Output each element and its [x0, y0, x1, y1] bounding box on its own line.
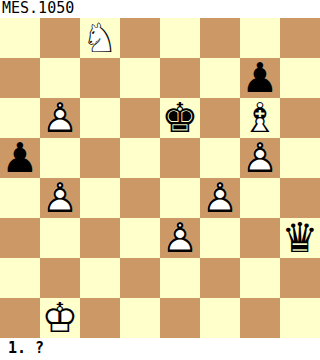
square-a6[interactable]: [0, 98, 40, 138]
square-e1[interactable]: [160, 298, 200, 338]
square-e2[interactable]: [160, 258, 200, 298]
piece-white-p-b4[interactable]: ♟︎♙: [40, 178, 80, 218]
piece-white-p-g5[interactable]: ♟︎♙: [240, 138, 280, 178]
problem-title: MES.1050: [2, 0, 74, 18]
piece-white-b-g6[interactable]: ♝♗: [240, 98, 280, 138]
white-piece-outline: ♙: [200, 178, 240, 218]
square-h5[interactable]: [280, 138, 320, 178]
square-a4[interactable]: [0, 178, 40, 218]
square-e5[interactable]: [160, 138, 200, 178]
square-c6[interactable]: [80, 98, 120, 138]
square-e6[interactable]: ♚: [160, 98, 200, 138]
square-b6[interactable]: ♟︎♙: [40, 98, 80, 138]
square-c2[interactable]: [80, 258, 120, 298]
square-b7[interactable]: [40, 58, 80, 98]
chess-board: ♞♘♟︎♟︎♙♚♝♗♟︎♟︎♙♟︎♙♟︎♙♟︎♙♛♚♔: [0, 18, 320, 338]
piece-white-k-b1[interactable]: ♚♔: [40, 298, 80, 338]
piece-white-p-e3[interactable]: ♟︎♙: [160, 218, 200, 258]
white-piece-outline: ♗: [240, 98, 280, 138]
square-c8[interactable]: ♞♘: [80, 18, 120, 58]
square-b2[interactable]: [40, 258, 80, 298]
piece-black-p-a5[interactable]: ♟︎: [0, 138, 40, 178]
square-a8[interactable]: [0, 18, 40, 58]
white-piece-outline: ♔: [40, 298, 80, 338]
square-d3[interactable]: [120, 218, 160, 258]
square-e4[interactable]: [160, 178, 200, 218]
piece-black-k-e6[interactable]: ♚: [160, 98, 200, 138]
white-piece-outline: ♘: [80, 18, 120, 58]
square-h2[interactable]: [280, 258, 320, 298]
square-a2[interactable]: [0, 258, 40, 298]
square-a5[interactable]: ♟︎: [0, 138, 40, 178]
square-h6[interactable]: [280, 98, 320, 138]
white-piece-outline: ♙: [40, 98, 80, 138]
square-d4[interactable]: [120, 178, 160, 218]
square-c5[interactable]: [80, 138, 120, 178]
square-h8[interactable]: [280, 18, 320, 58]
square-g1[interactable]: [240, 298, 280, 338]
piece-white-p-b6[interactable]: ♟︎♙: [40, 98, 80, 138]
square-e8[interactable]: [160, 18, 200, 58]
piece-black-p-g7[interactable]: ♟︎: [240, 58, 280, 98]
square-h1[interactable]: [280, 298, 320, 338]
square-e3[interactable]: ♟︎♙: [160, 218, 200, 258]
square-a1[interactable]: [0, 298, 40, 338]
chess-problem-screen: MES.1050 ♞♘♟︎♟︎♙♚♝♗♟︎♟︎♙♟︎♙♟︎♙♟︎♙♛♚♔ 1. …: [0, 0, 320, 360]
square-g7[interactable]: ♟︎: [240, 58, 280, 98]
square-f1[interactable]: [200, 298, 240, 338]
square-g6[interactable]: ♝♗: [240, 98, 280, 138]
square-d1[interactable]: [120, 298, 160, 338]
square-a3[interactable]: [0, 218, 40, 258]
square-g8[interactable]: [240, 18, 280, 58]
square-d5[interactable]: [120, 138, 160, 178]
move-prompt: 1. ?: [8, 338, 44, 360]
square-f4[interactable]: ♟︎♙: [200, 178, 240, 218]
white-piece-outline: ♙: [240, 138, 280, 178]
square-f7[interactable]: [200, 58, 240, 98]
square-e7[interactable]: [160, 58, 200, 98]
square-b4[interactable]: ♟︎♙: [40, 178, 80, 218]
square-g5[interactable]: ♟︎♙: [240, 138, 280, 178]
white-piece-outline: ♙: [40, 178, 80, 218]
piece-white-n-c8[interactable]: ♞♘: [80, 18, 120, 58]
piece-black-q-h3[interactable]: ♛: [280, 218, 320, 258]
square-h4[interactable]: [280, 178, 320, 218]
square-d2[interactable]: [120, 258, 160, 298]
square-c1[interactable]: [80, 298, 120, 338]
square-a7[interactable]: [0, 58, 40, 98]
square-c4[interactable]: [80, 178, 120, 218]
square-d6[interactable]: [120, 98, 160, 138]
square-b1[interactable]: ♚♔: [40, 298, 80, 338]
white-piece-outline: ♙: [160, 218, 200, 258]
square-b8[interactable]: [40, 18, 80, 58]
piece-white-p-f4[interactable]: ♟︎♙: [200, 178, 240, 218]
square-c7[interactable]: [80, 58, 120, 98]
square-f3[interactable]: [200, 218, 240, 258]
square-g3[interactable]: [240, 218, 280, 258]
square-b3[interactable]: [40, 218, 80, 258]
square-g4[interactable]: [240, 178, 280, 218]
square-f8[interactable]: [200, 18, 240, 58]
square-g2[interactable]: [240, 258, 280, 298]
square-h7[interactable]: [280, 58, 320, 98]
square-f6[interactable]: [200, 98, 240, 138]
square-h3[interactable]: ♛: [280, 218, 320, 258]
square-d8[interactable]: [120, 18, 160, 58]
square-f5[interactable]: [200, 138, 240, 178]
square-f2[interactable]: [200, 258, 240, 298]
square-d7[interactable]: [120, 58, 160, 98]
square-b5[interactable]: [40, 138, 80, 178]
square-c3[interactable]: [80, 218, 120, 258]
